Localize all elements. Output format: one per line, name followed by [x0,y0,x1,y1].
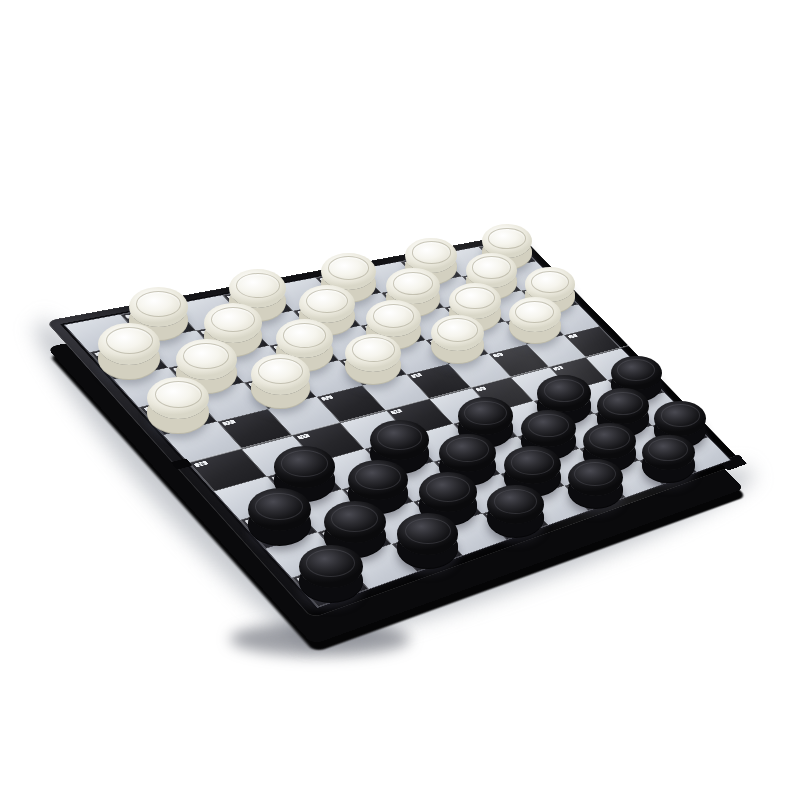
square-number-chip: 17 [248,381,262,387]
square-number-chip: 24 [492,353,503,358]
square-number-chip: 36 [245,517,260,524]
square-number-chip: 44 [583,447,594,453]
square-number-chip: 10 [465,276,476,280]
square-number-chip: 29 [475,386,487,391]
square-number-chip: 11 [173,366,187,372]
square-number-chip: 2 [227,294,240,299]
square-number-chip: 50 [643,459,654,464]
square-number-chip: 33 [457,422,469,428]
square-number-chip: 30 [553,366,564,371]
square-number-chip: 25 [567,334,577,339]
square-number-chip: 18 [343,359,356,364]
product-photo-scene: 1234567891011121314151617181920212223242… [0,0,801,801]
square-number-chip: 3 [319,277,331,282]
square-number-chip: 49 [568,484,579,490]
square-number-chip: 46 [296,575,311,582]
square-number-chip: 14 [448,306,459,311]
square-number-chip: 4 [404,261,415,265]
square-number-chip: 13 [365,324,377,329]
square-number-chip: 6 [94,351,109,357]
square-number-chip: 47 [396,541,409,548]
square-number-chip: 45 [655,424,665,429]
square-number-chip: 48 [486,511,498,517]
square-number-chip: 23 [410,373,422,378]
square-number-chip: 37 [346,487,360,493]
square-number-chip: 21 [222,420,236,426]
square-number-chip: 19 [430,339,442,344]
square-number-chip: 34 [537,399,548,404]
square-number-chip: 8 [297,310,310,315]
square-number-chip: 39 [521,435,532,441]
square-number-chip: 9 [385,292,397,297]
square-number-chip: 40 [597,412,608,417]
square-number-chip: 16 [144,405,159,411]
square-number-chip: 5 [482,246,493,250]
square-number-chip: 1 [125,313,140,318]
square-number-chip: 41 [322,529,336,536]
square-number-chip: 12 [273,344,286,349]
square-number-chip: 20 [509,320,520,325]
square-number-chip: 43 [504,472,516,478]
square-number-chip: 15 [524,290,535,294]
board-frame: 1234567891011121314151617181920212223242… [46,233,744,618]
square-number-chip: 22 [321,395,334,401]
square-number-chip: 42 [417,499,430,505]
square-number-chip: 7 [201,329,215,334]
board-surface: 1234567891011121314151617181920212223242… [65,240,730,607]
square-number-chip: 38 [438,460,450,466]
square-number-chip: 32 [369,447,382,453]
square-number-chip: 35 [611,379,621,384]
square-number-chip: 31 [271,474,285,480]
